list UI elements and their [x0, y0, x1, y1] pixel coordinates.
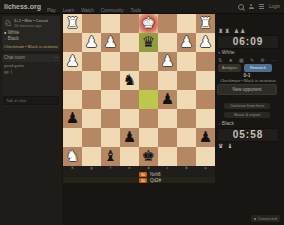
square-e4[interactable]: ♞ — [120, 71, 139, 90]
coord-f: f — [101, 166, 120, 171]
new-opponent-button[interactable]: New opponent — [217, 84, 277, 95]
user-icon[interactable] — [249, 4, 254, 9]
chat-box: Chat room − good gamegg :) — [2, 54, 60, 106]
login-link[interactable]: Login — [269, 4, 280, 9]
white-pawn[interactable]: ♟ — [82, 33, 101, 52]
continue-from-here-button[interactable]: Continue from here — [224, 103, 270, 109]
square-c2[interactable] — [158, 33, 177, 52]
square-b8[interactable] — [177, 147, 196, 166]
square-g8[interactable] — [82, 147, 101, 166]
square-h8[interactable]: ♞ — [63, 147, 82, 166]
connection-dot-icon — [254, 218, 256, 220]
action-tabs: Analysis Rematch — [218, 64, 276, 72]
square-c3[interactable]: ♟ — [158, 52, 177, 71]
square-g3[interactable] — [82, 52, 101, 71]
black-player-line[interactable]: ● Black — [4, 36, 58, 41]
game-status-text: Checkmate • Black is victorious — [4, 44, 58, 49]
move-list: 30Nxh830Qd2# — [63, 171, 215, 183]
white-rook[interactable]: ♜ — [63, 14, 82, 33]
square-e2[interactable] — [120, 33, 139, 52]
topbar-right: Login — [238, 4, 284, 10]
square-h7[interactable] — [63, 128, 82, 147]
square-a4[interactable] — [196, 71, 215, 90]
nav-item-play[interactable]: Play — [47, 8, 56, 13]
coord-c: c — [158, 166, 177, 171]
square-e5[interactable] — [120, 90, 139, 109]
black-dot-icon: ● — [4, 36, 6, 41]
square-g5[interactable] — [82, 90, 101, 109]
square-e6[interactable] — [120, 109, 139, 128]
settings-icon[interactable]: ⚙ — [260, 57, 264, 63]
square-a8[interactable] — [196, 147, 215, 166]
square-c6[interactable] — [158, 109, 177, 128]
coord-b: b — [177, 166, 196, 171]
move-row[interactable]: 30Qd2# — [63, 177, 215, 183]
chat-collapse-icon[interactable]: − — [55, 55, 58, 60]
black-king[interactable]: ♚ — [139, 147, 158, 166]
square-d5[interactable] — [139, 90, 158, 109]
file-coordinates: hgfedcba — [63, 166, 215, 171]
right-panel: ♜♜ ♟♟ 06:09 ○ White ⇅★▦✎⚙⋯ Analysis Rema… — [216, 14, 282, 225]
captured-by-white: ♜♜ ♟♟ — [218, 27, 246, 34]
nav-item-watch[interactable]: Watch — [81, 8, 94, 13]
square-f6[interactable] — [101, 109, 120, 128]
white-dot-icon: ○ — [218, 50, 220, 55]
square-d1[interactable]: ♚ — [139, 14, 158, 33]
game-end-status: Checkmate • Black is victorious — [216, 78, 280, 83]
chess-board: ♜♚♜♟♟♛♟♟♟♟♞♟♟♟♟♞♝♚ — [63, 14, 215, 166]
square-b2[interactable]: ♟ — [177, 33, 196, 52]
square-a5[interactable] — [196, 90, 215, 109]
square-g2[interactable]: ♟ — [82, 33, 101, 52]
square-d4[interactable] — [139, 71, 158, 90]
square-d2[interactable]: ♛ — [139, 33, 158, 52]
square-a2[interactable]: ♟ — [196, 33, 215, 52]
square-e3[interactable] — [120, 52, 139, 71]
game-time-ago: 16 minutes ago — [14, 23, 48, 28]
analysis-button[interactable]: Analysis — [218, 64, 241, 72]
chat-messages: good gamegg :) — [2, 62, 60, 95]
square-c7[interactable] — [158, 128, 177, 147]
square-g1[interactable] — [82, 14, 101, 33]
more-icon[interactable]: ⋯ — [271, 57, 276, 63]
coord-e: e — [120, 166, 139, 171]
move-san[interactable]: Qd2# — [150, 178, 161, 183]
captured-by-black: ♛ ♝ — [218, 142, 234, 149]
square-a3[interactable] — [196, 52, 215, 71]
chat-message: gg :) — [4, 69, 58, 75]
annotate-icon[interactable]: ✎ — [250, 57, 254, 63]
white-player-line[interactable]: ● White — [4, 30, 58, 35]
nav-item-learn[interactable]: Learn — [63, 8, 75, 13]
chat-title: Chat room — [4, 55, 25, 60]
board-understrip: hgfedcba 30Nxh830Qd2# — [63, 166, 215, 183]
white-dot-icon: ● — [4, 30, 6, 35]
square-h5[interactable] — [63, 90, 82, 109]
coord-g: g — [82, 166, 101, 171]
square-b1[interactable] — [177, 14, 196, 33]
menu-icon[interactable] — [259, 4, 264, 9]
square-f7[interactable] — [101, 128, 120, 147]
square-c5[interactable]: ♟ — [158, 90, 177, 109]
square-b6[interactable] — [177, 109, 196, 128]
move-number-badge: 30 — [139, 178, 147, 183]
square-h6[interactable]: ♟ — [63, 109, 82, 128]
black-pawn[interactable]: ♟ — [158, 90, 177, 109]
square-c4[interactable] — [158, 71, 177, 90]
square-e1[interactable] — [120, 14, 139, 33]
square-f8[interactable]: ♝ — [101, 147, 120, 166]
square-f1[interactable] — [101, 14, 120, 33]
white-clock: 06:09 — [217, 35, 279, 49]
black-pawn[interactable]: ♟ — [63, 109, 82, 128]
white-pawn[interactable]: ♟ — [177, 33, 196, 52]
square-g4[interactable] — [82, 71, 101, 90]
white-pawn[interactable]: ♟ — [101, 33, 120, 52]
white-pawn[interactable]: ♟ — [63, 52, 82, 71]
coord-d: d — [139, 166, 158, 171]
square-d3[interactable] — [139, 52, 158, 71]
square-h1[interactable]: ♜ — [63, 14, 82, 33]
black-pawn[interactable]: ♟ — [196, 128, 215, 147]
knight-variant-icon: ♘ — [4, 18, 12, 28]
coord-a: a — [196, 166, 215, 171]
move-san[interactable]: Nxh8 — [150, 172, 161, 177]
white-knight[interactable]: ♞ — [63, 147, 82, 166]
white-pawn[interactable]: ♟ — [196, 33, 215, 52]
bookmark-icon[interactable]: ★ — [228, 57, 232, 63]
move-number-badge: 30 — [139, 172, 147, 177]
rematch-button[interactable]: Rematch — [244, 64, 272, 72]
search-icon[interactable] — [238, 4, 244, 10]
top-player-name[interactable]: ○ White — [218, 49, 278, 55]
square-f2[interactable]: ♟ — [101, 33, 120, 52]
square-f5[interactable] — [101, 90, 120, 109]
white-king[interactable]: ♚ — [139, 14, 158, 33]
flip-board-icon[interactable]: ⇅ — [218, 57, 222, 63]
square-a7[interactable]: ♟ — [196, 128, 215, 147]
chat-input[interactable] — [3, 96, 59, 105]
square-d7[interactable] — [139, 128, 158, 147]
square-h2[interactable] — [63, 33, 82, 52]
nav-item-tools[interactable]: Tools — [131, 8, 142, 13]
square-e7[interactable]: ♟ — [120, 128, 139, 147]
black-knight[interactable]: ♞ — [120, 71, 139, 90]
square-b7[interactable] — [177, 128, 196, 147]
square-f3[interactable] — [101, 52, 120, 71]
white-rook[interactable]: ♜ — [196, 14, 215, 33]
square-c8[interactable] — [158, 147, 177, 166]
nav-item-community[interactable]: Community — [101, 8, 124, 13]
square-h3[interactable]: ♟ — [63, 52, 82, 71]
coord-h: h — [63, 166, 82, 171]
black-clock: 05:58 — [217, 128, 279, 142]
share-export-button[interactable]: Share & export — [224, 112, 270, 118]
black-queen[interactable]: ♛ — [139, 33, 158, 52]
square-e8[interactable] — [120, 147, 139, 166]
bottom-player-name[interactable]: ● Black — [218, 120, 278, 126]
lichess-logo[interactable]: lichess.org — [4, 3, 41, 10]
black-dot-icon: ● — [218, 121, 220, 126]
top-nav-bar: lichess.org PlayLearnWatchCommunityTools… — [0, 0, 284, 14]
square-d8[interactable]: ♚ — [139, 147, 158, 166]
square-b3[interactable] — [177, 52, 196, 71]
left-sidebar: ♘ 3+2 • Blitz • Casual 16 minutes ago ● … — [0, 14, 62, 225]
square-g7[interactable] — [82, 128, 101, 147]
game-toolbar: ⇅★▦✎⚙⋯ — [218, 57, 276, 63]
chat-header: Chat room − — [2, 54, 60, 62]
connection-status: Connected — [251, 215, 280, 222]
square-f4[interactable] — [101, 71, 120, 90]
square-d6[interactable] — [139, 109, 158, 128]
square-h4[interactable] — [63, 71, 82, 90]
board-editor-icon[interactable]: ▦ — [239, 57, 244, 63]
square-g6[interactable] — [82, 109, 101, 128]
square-a6[interactable] — [196, 109, 215, 128]
square-c1[interactable] — [158, 14, 177, 33]
black-bishop[interactable]: ♝ — [101, 147, 120, 166]
lichess-game-page: lichess.org PlayLearnWatchCommunityTools… — [0, 0, 284, 225]
game-info-box: ♘ 3+2 • Blitz • Casual 16 minutes ago ● … — [2, 16, 60, 51]
square-b4[interactable] — [177, 71, 196, 90]
square-b5[interactable] — [177, 90, 196, 109]
square-a1[interactable]: ♜ — [196, 14, 215, 33]
black-pawn[interactable]: ♟ — [120, 128, 139, 147]
white-pawn[interactable]: ♟ — [158, 52, 177, 71]
